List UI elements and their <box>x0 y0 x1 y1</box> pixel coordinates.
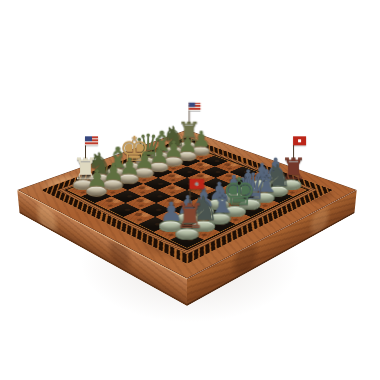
us-flag <box>189 102 201 110</box>
chess-board: ♜♞♝♛♚♝♞♜♟♟♟♟♟♟♟♟♟♟♟♟♟♟♟♟♜♞♝♛♚♝♞♜ <box>17 130 356 279</box>
us-flag <box>85 136 98 145</box>
piece-white-pawn-h2[interactable]: ♟ <box>86 158 106 197</box>
photo-stage: ♜♞♝♛♚♝♞♜♟♟♟♟♟♟♟♟♟♟♟♟♟♟♟♟♜♞♝♛♚♝♞♜ <box>0 0 380 380</box>
piece-base <box>86 185 107 196</box>
red-flag <box>189 179 204 189</box>
chess-set-scene: ♜♞♝♛♚♝♞♜♟♟♟♟♟♟♟♟♟♟♟♟♟♟♟♟♜♞♝♛♚♝♞♜ <box>67 70 307 310</box>
red-flag <box>293 136 306 145</box>
piece-base <box>175 227 199 239</box>
piece-black-rook-h8[interactable]: ♜ <box>175 176 200 239</box>
